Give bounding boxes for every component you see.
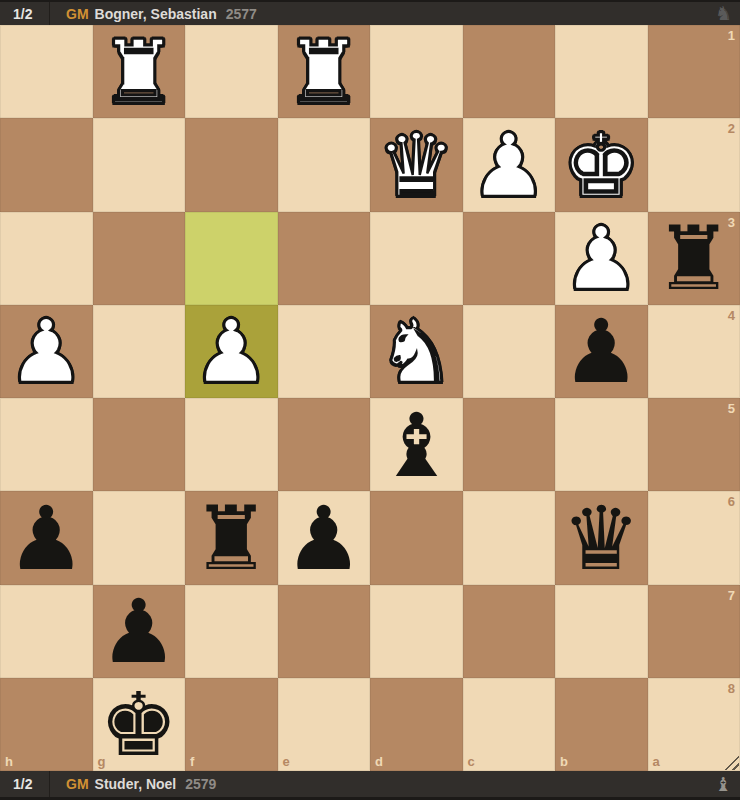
rank-label-1: 1 [728, 29, 735, 42]
square-a7[interactable]: 7 [648, 585, 740, 678]
bottom-player-title: GM [66, 776, 89, 792]
square-h1[interactable] [0, 25, 93, 118]
square-f5[interactable] [185, 398, 278, 491]
black-rook-f6[interactable]: ♜ [192, 495, 271, 583]
square-c7[interactable] [463, 585, 556, 678]
square-e4[interactable] [278, 305, 371, 398]
square-h8[interactable]: h [0, 678, 93, 771]
square-d7[interactable] [370, 585, 463, 678]
square-f4[interactable]: ♟ [185, 305, 278, 398]
black-queen-b6[interactable]: ♛ [562, 495, 641, 583]
square-b3[interactable]: ♟ [555, 212, 648, 305]
white-rook-g1[interactable]: ♜ [99, 29, 178, 117]
square-f3[interactable] [185, 212, 278, 305]
square-g1[interactable]: ♜ [93, 25, 186, 118]
square-h4[interactable]: ♟ [0, 305, 93, 398]
square-d2[interactable]: ♛ [370, 118, 463, 211]
square-b2[interactable]: ♚ [555, 118, 648, 211]
file-label-d: d [375, 755, 383, 768]
square-b4[interactable]: ♟ [555, 305, 648, 398]
square-c5[interactable] [463, 398, 556, 491]
file-label-e: e [283, 755, 290, 768]
square-g8[interactable]: g♚ [93, 678, 186, 771]
square-g2[interactable] [93, 118, 186, 211]
white-pawn-h4[interactable]: ♟ [7, 308, 86, 396]
square-c8[interactable]: c [463, 678, 556, 771]
bottom-player-rating: 2579 [185, 776, 216, 792]
black-bishop-d5[interactable]: ♝ [377, 402, 456, 490]
square-a2[interactable]: 2 [648, 118, 740, 211]
square-h3[interactable] [0, 212, 93, 305]
black-king-g8[interactable]: ♚ [99, 681, 178, 769]
file-label-c: c [468, 755, 475, 768]
square-f1[interactable] [185, 25, 278, 118]
bishop-icon: ♝ [715, 775, 732, 794]
rank-label-4: 4 [728, 309, 735, 322]
square-c4[interactable] [463, 305, 556, 398]
black-pawn-e6[interactable]: ♟ [284, 495, 363, 583]
file-label-b: b [560, 755, 568, 768]
black-pawn-b4[interactable]: ♟ [562, 308, 641, 396]
square-d3[interactable] [370, 212, 463, 305]
square-f6[interactable]: ♜ [185, 491, 278, 584]
square-c3[interactable] [463, 212, 556, 305]
square-c6[interactable] [463, 491, 556, 584]
top-player-title: GM [66, 6, 89, 22]
square-b6[interactable]: ♛ [555, 491, 648, 584]
knight-icon: ♞ [715, 4, 732, 23]
square-g3[interactable] [93, 212, 186, 305]
square-b7[interactable] [555, 585, 648, 678]
square-e2[interactable] [278, 118, 371, 211]
rank-label-8: 8 [728, 682, 735, 695]
white-knight-d4[interactable]: ♞ [377, 308, 456, 396]
top-player-score: 1/2 [0, 2, 50, 25]
square-e6[interactable]: ♟ [278, 491, 371, 584]
square-e1[interactable]: ♜ [278, 25, 371, 118]
square-e3[interactable] [278, 212, 371, 305]
rank-label-5: 5 [728, 402, 735, 415]
square-h5[interactable] [0, 398, 93, 491]
white-queen-d2[interactable]: ♛ [377, 122, 456, 210]
square-d1[interactable] [370, 25, 463, 118]
square-a5[interactable]: 5 [648, 398, 740, 491]
file-label-a: a [653, 755, 660, 768]
bottom-player-name: Studer, Noel [95, 776, 177, 792]
black-pawn-h6[interactable]: ♟ [7, 495, 86, 583]
white-pawn-b3[interactable]: ♟ [562, 215, 641, 303]
rank-label-7: 7 [728, 589, 735, 602]
broadcast-board-app: 1/2 GM Bogner, Sebastian 2577 ♞ ♜♜1♛♟♚2♟… [0, 0, 740, 800]
square-d8[interactable]: d [370, 678, 463, 771]
white-pawn-f4[interactable]: ♟ [192, 308, 271, 396]
rank-label-2: 2 [728, 122, 735, 135]
bottom-player-score: 1/2 [0, 771, 50, 797]
white-rook-e1[interactable]: ♜ [284, 29, 363, 117]
square-a3[interactable]: 3♜ [648, 212, 740, 305]
square-e8[interactable]: e [278, 678, 371, 771]
square-a1[interactable]: 1 [648, 25, 740, 118]
square-e5[interactable] [278, 398, 371, 491]
square-f8[interactable]: f [185, 678, 278, 771]
square-f7[interactable] [185, 585, 278, 678]
square-h6[interactable]: ♟ [0, 491, 93, 584]
top-player-name: Bogner, Sebastian [95, 6, 217, 22]
board-container: ♜♜1♛♟♚2♟3♜♟♟♞♟4♝5♟♜♟♛6♟7hg♚fedcba8 [0, 25, 740, 771]
square-b8[interactable]: b [555, 678, 648, 771]
square-b5[interactable] [555, 398, 648, 491]
rank-label-6: 6 [728, 495, 735, 508]
square-g4[interactable] [93, 305, 186, 398]
square-f2[interactable] [185, 118, 278, 211]
white-pawn-c2[interactable]: ♟ [469, 122, 548, 210]
square-c2[interactable]: ♟ [463, 118, 556, 211]
square-b1[interactable] [555, 25, 648, 118]
square-d5[interactable]: ♝ [370, 398, 463, 491]
white-king-b2[interactable]: ♚ [562, 122, 641, 210]
square-c1[interactable] [463, 25, 556, 118]
square-a4[interactable]: 4 [648, 305, 740, 398]
square-g7[interactable]: ♟ [93, 585, 186, 678]
square-g6[interactable] [93, 491, 186, 584]
square-e7[interactable] [278, 585, 371, 678]
square-d6[interactable] [370, 491, 463, 584]
file-label-h: h [5, 755, 13, 768]
square-h7[interactable] [0, 585, 93, 678]
square-a6[interactable]: 6 [648, 491, 740, 584]
square-a8[interactable]: a8 [648, 678, 740, 771]
square-d4[interactable]: ♞ [370, 305, 463, 398]
file-label-f: f [190, 755, 194, 768]
chess-board[interactable]: ♜♜1♛♟♚2♟3♜♟♟♞♟4♝5♟♜♟♛6♟7hg♚fedcba8 [0, 25, 740, 771]
square-h2[interactable] [0, 118, 93, 211]
square-g5[interactable] [93, 398, 186, 491]
black-rook-a3[interactable]: ♜ [654, 215, 733, 303]
top-player-rating: 2577 [226, 6, 257, 22]
black-pawn-g7[interactable]: ♟ [99, 588, 178, 676]
